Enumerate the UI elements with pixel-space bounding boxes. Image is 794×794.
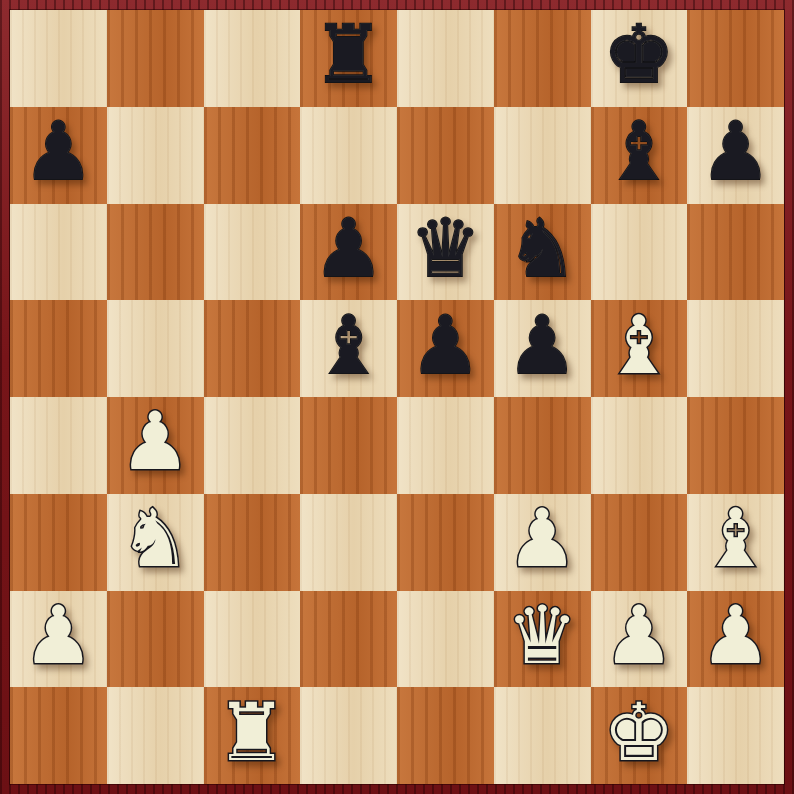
- square-a5[interactable]: [10, 300, 107, 397]
- black-pawn-e5: ♟: [410, 300, 482, 393]
- square-c4[interactable]: [204, 397, 301, 494]
- square-e5[interactable]: ♟: [397, 300, 494, 397]
- square-b6[interactable]: [107, 204, 204, 301]
- square-h5[interactable]: [687, 300, 784, 397]
- white-pawn-b4: ♟: [119, 397, 191, 490]
- square-d5[interactable]: ♝: [300, 300, 397, 397]
- white-pawn-a2: ♟: [23, 591, 95, 684]
- square-e6[interactable]: ♛: [397, 204, 494, 301]
- square-a3[interactable]: [10, 494, 107, 591]
- square-d2[interactable]: [300, 591, 397, 688]
- square-a7[interactable]: ♟: [10, 107, 107, 204]
- square-c8[interactable]: [204, 10, 301, 107]
- square-a1[interactable]: [10, 687, 107, 784]
- square-f2[interactable]: ♛: [494, 591, 591, 688]
- square-f1[interactable]: [494, 687, 591, 784]
- square-d1[interactable]: [300, 687, 397, 784]
- white-king-g1: ♚: [603, 687, 675, 780]
- square-d3[interactable]: [300, 494, 397, 591]
- square-g8[interactable]: ♚: [591, 10, 688, 107]
- chess-board: ♜♚♟♝♟♟♛♞♝♟♟♝♟♞♟♝♟♛♟♟♜♚: [10, 10, 784, 784]
- square-f5[interactable]: ♟: [494, 300, 591, 397]
- square-f3[interactable]: ♟: [494, 494, 591, 591]
- white-pawn-h2: ♟: [700, 591, 772, 684]
- square-a6[interactable]: [10, 204, 107, 301]
- white-bishop-h3: ♝: [700, 494, 772, 587]
- square-d7[interactable]: [300, 107, 397, 204]
- square-f4[interactable]: [494, 397, 591, 494]
- square-e3[interactable]: [397, 494, 494, 591]
- square-b4[interactable]: ♟: [107, 397, 204, 494]
- white-pawn-f3: ♟: [506, 494, 578, 587]
- square-c2[interactable]: [204, 591, 301, 688]
- square-e8[interactable]: [397, 10, 494, 107]
- square-f7[interactable]: [494, 107, 591, 204]
- square-c3[interactable]: [204, 494, 301, 591]
- square-g7[interactable]: ♝: [591, 107, 688, 204]
- black-pawn-d6: ♟: [313, 204, 385, 297]
- black-bishop-g7: ♝: [603, 107, 675, 200]
- square-c1[interactable]: ♜: [204, 687, 301, 784]
- square-e4[interactable]: [397, 397, 494, 494]
- square-e2[interactable]: [397, 591, 494, 688]
- square-h4[interactable]: [687, 397, 784, 494]
- black-knight-f6: ♞: [506, 204, 578, 297]
- square-e7[interactable]: [397, 107, 494, 204]
- square-h6[interactable]: [687, 204, 784, 301]
- square-b8[interactable]: [107, 10, 204, 107]
- square-d6[interactable]: ♟: [300, 204, 397, 301]
- square-c5[interactable]: [204, 300, 301, 397]
- black-queen-e6: ♛: [410, 204, 482, 297]
- black-pawn-f5: ♟: [506, 300, 578, 393]
- square-b5[interactable]: [107, 300, 204, 397]
- square-b7[interactable]: [107, 107, 204, 204]
- square-a4[interactable]: [10, 397, 107, 494]
- black-king-g8: ♚: [603, 10, 675, 103]
- black-pawn-a7: ♟: [23, 107, 95, 200]
- square-c6[interactable]: [204, 204, 301, 301]
- square-a2[interactable]: ♟: [10, 591, 107, 688]
- square-b3[interactable]: ♞: [107, 494, 204, 591]
- square-g6[interactable]: [591, 204, 688, 301]
- white-bishop-g5: ♝: [603, 300, 675, 393]
- chess-board-frame: ♜♚♟♝♟♟♛♞♝♟♟♝♟♞♟♝♟♛♟♟♜♚: [0, 0, 794, 794]
- square-g1[interactable]: ♚: [591, 687, 688, 784]
- black-bishop-d5: ♝: [313, 300, 385, 393]
- square-b2[interactable]: [107, 591, 204, 688]
- square-c7[interactable]: [204, 107, 301, 204]
- square-h3[interactable]: ♝: [687, 494, 784, 591]
- white-queen-f2: ♛: [506, 591, 578, 684]
- square-g2[interactable]: ♟: [591, 591, 688, 688]
- square-f6[interactable]: ♞: [494, 204, 591, 301]
- square-d8[interactable]: ♜: [300, 10, 397, 107]
- square-h8[interactable]: [687, 10, 784, 107]
- square-g3[interactable]: [591, 494, 688, 591]
- square-b1[interactable]: [107, 687, 204, 784]
- square-g4[interactable]: [591, 397, 688, 494]
- black-pawn-h7: ♟: [700, 107, 772, 200]
- white-pawn-g2: ♟: [603, 591, 675, 684]
- square-f8[interactable]: [494, 10, 591, 107]
- square-d4[interactable]: [300, 397, 397, 494]
- white-rook-c1: ♜: [216, 687, 288, 780]
- square-e1[interactable]: [397, 687, 494, 784]
- square-h2[interactable]: ♟: [687, 591, 784, 688]
- square-h7[interactable]: ♟: [687, 107, 784, 204]
- black-rook-d8: ♜: [313, 10, 385, 103]
- square-g5[interactable]: ♝: [591, 300, 688, 397]
- square-h1[interactable]: [687, 687, 784, 784]
- white-knight-b3: ♞: [119, 494, 191, 587]
- square-a8[interactable]: [10, 10, 107, 107]
